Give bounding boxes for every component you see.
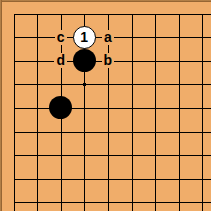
intersection-D16 bbox=[72, 72, 96, 96]
white-stone-move-1: 1 bbox=[73, 26, 96, 49]
star-point bbox=[83, 83, 86, 86]
intersection-E17: b bbox=[96, 49, 120, 73]
black-stone bbox=[73, 49, 96, 72]
intersection-C17: d bbox=[49, 49, 73, 73]
point-label-b: b bbox=[102, 53, 115, 68]
point-label-a: a bbox=[102, 30, 114, 45]
point-label-d: d bbox=[54, 53, 67, 68]
intersection-grid: abcd1 bbox=[2, 2, 211, 211]
black-stone bbox=[49, 96, 72, 119]
intersection-D17 bbox=[72, 49, 96, 73]
intersection-C15 bbox=[49, 96, 73, 120]
intersection-C18: c bbox=[49, 25, 73, 49]
intersection-D18: 1 bbox=[72, 25, 96, 49]
intersection-E18: a bbox=[96, 25, 120, 49]
point-label-c: c bbox=[55, 30, 67, 45]
go-board: abcd1 bbox=[0, 0, 211, 211]
